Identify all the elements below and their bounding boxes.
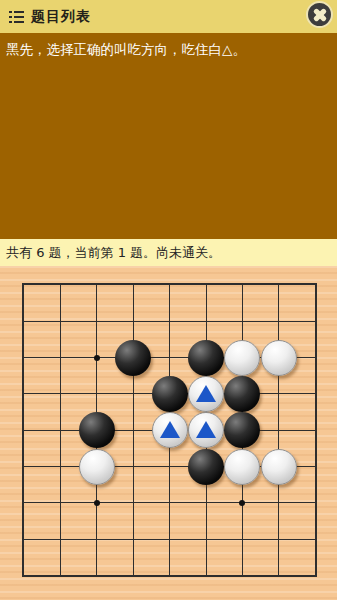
black-stone xyxy=(224,376,260,412)
black-stone xyxy=(188,340,224,376)
instruction-text: 黑先，选择正确的叫吃方向，吃住白△。 xyxy=(6,40,331,59)
black-stone xyxy=(188,449,224,485)
white-stone-triangle-marked xyxy=(188,412,224,448)
white-stone-triangle-marked xyxy=(188,376,224,412)
white-stone-triangle-marked xyxy=(152,412,188,448)
status-text: 共有 6 题，当前第 1 题。尚未通关。 xyxy=(6,244,221,262)
grid-line xyxy=(24,502,315,503)
black-stone xyxy=(79,412,115,448)
white-stone xyxy=(224,449,260,485)
triangle-mark-icon xyxy=(196,385,216,402)
hoshi-point xyxy=(94,500,100,506)
black-stone xyxy=(115,340,151,376)
status-bar: 共有 6 题，当前第 1 题。尚未通关。 xyxy=(0,239,337,266)
hoshi-point xyxy=(239,500,245,506)
grid-line xyxy=(24,539,315,540)
close-button[interactable] xyxy=(306,1,333,28)
white-stone xyxy=(261,340,297,376)
white-stone xyxy=(79,449,115,485)
triangle-mark-icon xyxy=(160,421,180,438)
app-window: 题目列表 黑先，选择正确的叫吃方向，吃住白△。 共有 6 题，当前第 1 题。尚… xyxy=(0,0,337,600)
title-bar: 题目列表 xyxy=(0,0,337,33)
instruction-panel: 黑先，选择正确的叫吃方向，吃住白△。 xyxy=(0,33,337,239)
grid-line xyxy=(278,285,279,575)
triangle-mark-icon xyxy=(196,421,216,438)
board-area xyxy=(0,266,337,600)
white-stone xyxy=(224,340,260,376)
hoshi-point xyxy=(94,355,100,361)
white-stone xyxy=(261,449,297,485)
go-board[interactable] xyxy=(22,283,317,577)
black-stone xyxy=(152,376,188,412)
problem-list-icon[interactable] xyxy=(9,9,24,24)
page-title: 题目列表 xyxy=(31,8,91,26)
black-stone xyxy=(224,412,260,448)
